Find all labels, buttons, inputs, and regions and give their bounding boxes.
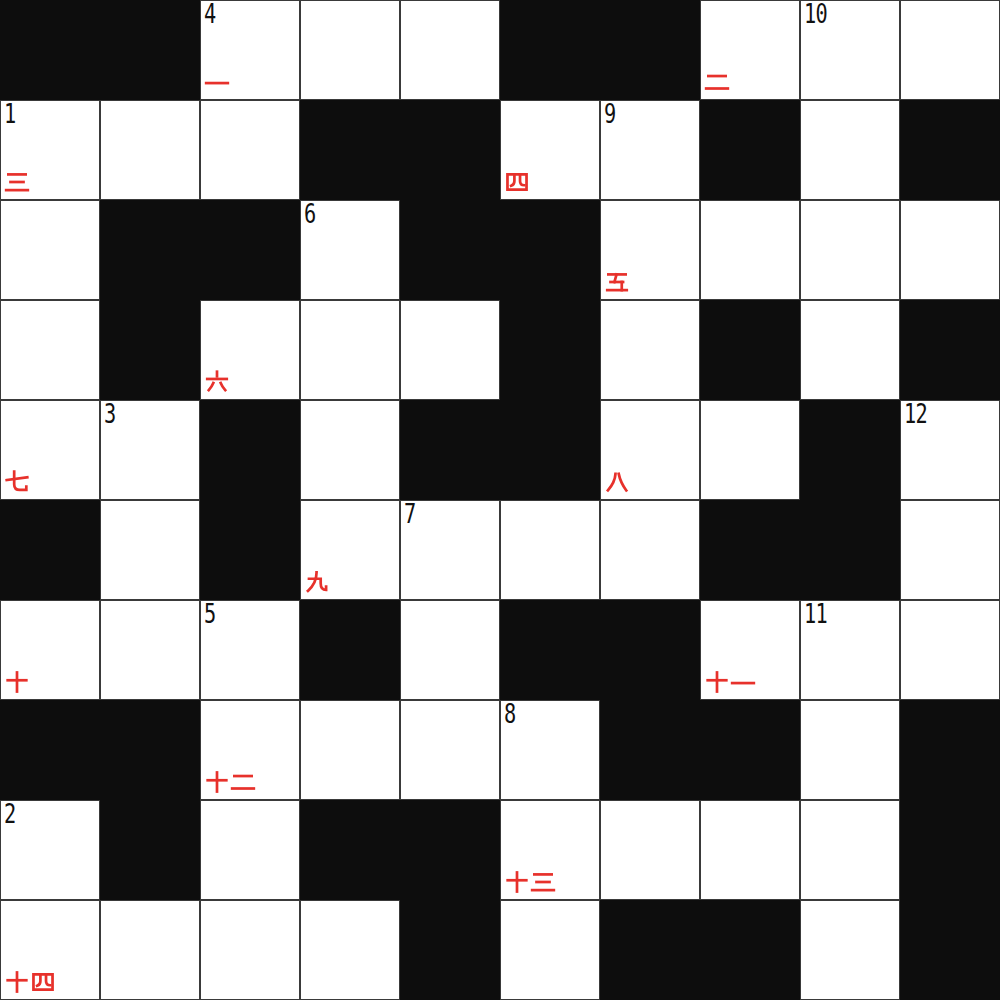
block-cell-r2c4: [400, 200, 500, 300]
block-cell-r4c5: [500, 400, 600, 500]
across-clue-number-一: [204, 69, 230, 95]
open-cell-r3c3[interactable]: [300, 300, 400, 400]
open-cell-r3c0[interactable]: [0, 300, 100, 400]
open-cell-r0c4[interactable]: [400, 0, 500, 100]
kanji-四-glyph: [504, 169, 530, 195]
block-cell-r2c2: [200, 200, 300, 300]
block-cell-r1c4: [400, 100, 500, 200]
across-clue-number-七: [4, 469, 30, 495]
open-cell-r6c0[interactable]: [0, 600, 100, 700]
block-cell-r1c7: [700, 100, 800, 200]
down-clue-number-8: 8: [504, 701, 515, 727]
open-cell-r8c0[interactable]: 2: [0, 800, 100, 900]
across-clue-number-十: [4, 669, 30, 695]
block-cell-r2c5: [500, 200, 600, 300]
kanji-十三-glyph: [504, 869, 556, 895]
down-clue-number-4: 4: [204, 1, 215, 27]
open-cell-r6c4[interactable]: [400, 600, 500, 700]
block-cell-r6c6: [600, 600, 700, 700]
block-cell-r3c5: [500, 300, 600, 400]
open-cell-r3c6[interactable]: [600, 300, 700, 400]
open-cell-r2c7[interactable]: [700, 200, 800, 300]
open-cell-r9c1[interactable]: [100, 900, 200, 1000]
block-cell-r9c9: [900, 900, 1000, 1000]
open-cell-r4c3[interactable]: [300, 400, 400, 500]
block-cell-r8c9: [900, 800, 1000, 900]
open-cell-r0c2[interactable]: 4: [200, 0, 300, 100]
kanji-六-glyph: [204, 369, 230, 395]
open-cell-r3c2[interactable]: [200, 300, 300, 400]
open-cell-r2c0[interactable]: [0, 200, 100, 300]
open-cell-r9c0[interactable]: [0, 900, 100, 1000]
block-cell-r5c2: [200, 500, 300, 600]
block-cell-r7c9: [900, 700, 1000, 800]
open-cell-r5c6[interactable]: [600, 500, 700, 600]
across-clue-number-十二: [204, 769, 256, 795]
open-cell-r7c2[interactable]: [200, 700, 300, 800]
open-cell-r0c7[interactable]: [700, 0, 800, 100]
open-cell-r6c1[interactable]: [100, 600, 200, 700]
kanji-十二-glyph: [204, 769, 256, 795]
open-cell-r4c1[interactable]: 3: [100, 400, 200, 500]
open-cell-r1c5[interactable]: [500, 100, 600, 200]
block-cell-r4c4: [400, 400, 500, 500]
block-cell-r0c1: [100, 0, 200, 100]
block-cell-r3c9: [900, 300, 1000, 400]
open-cell-r5c3[interactable]: [300, 500, 400, 600]
block-cell-r1c9: [900, 100, 1000, 200]
open-cell-r1c1[interactable]: [100, 100, 200, 200]
block-cell-r5c7: [700, 500, 800, 600]
open-cell-r8c2[interactable]: [200, 800, 300, 900]
across-clue-number-八: [604, 469, 630, 495]
across-clue-number-十一: [704, 669, 756, 695]
down-clue-number-9: 9: [604, 101, 615, 127]
open-cell-r2c6[interactable]: [600, 200, 700, 300]
open-cell-r5c4[interactable]: 7: [400, 500, 500, 600]
block-cell-r4c2: [200, 400, 300, 500]
open-cell-r8c5[interactable]: [500, 800, 600, 900]
open-cell-r2c8[interactable]: [800, 200, 900, 300]
open-cell-r8c8[interactable]: [800, 800, 900, 900]
open-cell-r9c2[interactable]: [200, 900, 300, 1000]
across-clue-number-二: [704, 69, 730, 95]
across-clue-number-六: [204, 369, 230, 395]
crossword-board: 410196312751182: [0, 0, 1000, 1000]
block-cell-r3c1: [100, 300, 200, 400]
open-cell-r1c2[interactable]: [200, 100, 300, 200]
down-clue-number-6: 6: [304, 201, 315, 227]
across-clue-number-四: [504, 169, 530, 195]
across-clue-number-五: [604, 269, 630, 295]
down-clue-number-3: 3: [104, 401, 115, 427]
down-clue-number-12: 12: [904, 401, 927, 427]
block-cell-r4c8: [800, 400, 900, 500]
open-cell-r3c4[interactable]: [400, 300, 500, 400]
block-cell-r0c6: [600, 0, 700, 100]
down-clue-number-10: 10: [804, 1, 827, 27]
kanji-八-glyph: [604, 469, 630, 495]
block-cell-r1c3: [300, 100, 400, 200]
open-cell-r7c5[interactable]: 8: [500, 700, 600, 800]
across-clue-number-十三: [504, 869, 556, 895]
block-cell-r8c3: [300, 800, 400, 900]
down-clue-number-5: 5: [204, 601, 215, 627]
down-clue-number-7: 7: [404, 501, 415, 527]
open-cell-r4c0[interactable]: [0, 400, 100, 500]
open-cell-r4c9[interactable]: 12: [900, 400, 1000, 500]
open-cell-r4c7[interactable]: [700, 400, 800, 500]
across-clue-number-三: [4, 169, 30, 195]
kanji-五-glyph: [604, 269, 630, 295]
open-cell-r2c3[interactable]: 6: [300, 200, 400, 300]
block-cell-r9c7: [700, 900, 800, 1000]
kanji-三-glyph: [4, 169, 30, 195]
block-cell-r8c1: [100, 800, 200, 900]
open-cell-r2c9[interactable]: [900, 200, 1000, 300]
open-cell-r0c8[interactable]: 10: [800, 0, 900, 100]
open-cell-r1c0[interactable]: 1: [0, 100, 100, 200]
open-cell-r7c3[interactable]: [300, 700, 400, 800]
down-clue-number-1: 1: [4, 101, 15, 127]
down-clue-number-11: 11: [804, 601, 827, 627]
open-cell-r1c8[interactable]: [800, 100, 900, 200]
kanji-十一-glyph: [704, 669, 756, 695]
across-clue-number-十四: [4, 969, 56, 995]
block-cell-r7c6: [600, 700, 700, 800]
block-cell-r7c0: [0, 700, 100, 800]
kanji-七-glyph: [4, 469, 30, 495]
open-cell-r0c9[interactable]: [900, 0, 1000, 100]
block-cell-r7c1: [100, 700, 200, 800]
open-cell-r3c8[interactable]: [800, 300, 900, 400]
open-cell-r5c5[interactable]: [500, 500, 600, 600]
open-cell-r8c6[interactable]: [600, 800, 700, 900]
block-cell-r9c4: [400, 900, 500, 1000]
down-clue-number-2: 2: [4, 801, 15, 827]
block-cell-r0c0: [0, 0, 100, 100]
open-cell-r9c5[interactable]: [500, 900, 600, 1000]
kanji-十-glyph: [4, 669, 30, 695]
open-cell-r5c1[interactable]: [100, 500, 200, 600]
block-cell-r6c5: [500, 600, 600, 700]
open-cell-r5c9[interactable]: [900, 500, 1000, 600]
open-cell-r9c3[interactable]: [300, 900, 400, 1000]
block-cell-r8c4: [400, 800, 500, 900]
kanji-九-glyph: [304, 569, 330, 595]
block-cell-r6c3: [300, 600, 400, 700]
block-cell-r7c7: [700, 700, 800, 800]
open-cell-r9c8[interactable]: [800, 900, 900, 1000]
kanji-二-glyph: [704, 69, 730, 95]
open-cell-r7c8[interactable]: [800, 700, 900, 800]
block-cell-r5c8: [800, 500, 900, 600]
open-cell-r4c6[interactable]: [600, 400, 700, 500]
block-cell-r2c1: [100, 200, 200, 300]
block-cell-r9c6: [600, 900, 700, 1000]
kanji-一-glyph: [204, 69, 230, 95]
open-cell-r6c9[interactable]: [900, 600, 1000, 700]
open-cell-r7c4[interactable]: [400, 700, 500, 800]
open-cell-r6c8[interactable]: 11: [800, 600, 900, 700]
open-cell-r8c7[interactable]: [700, 800, 800, 900]
open-cell-r6c2[interactable]: 5: [200, 600, 300, 700]
open-cell-r6c7[interactable]: [700, 600, 800, 700]
open-cell-r1c6[interactable]: 9: [600, 100, 700, 200]
block-cell-r5c0: [0, 500, 100, 600]
kanji-十四-glyph: [4, 969, 56, 995]
open-cell-r0c3[interactable]: [300, 0, 400, 100]
block-cell-r3c7: [700, 300, 800, 400]
across-clue-number-九: [304, 569, 330, 595]
block-cell-r0c5: [500, 0, 600, 100]
